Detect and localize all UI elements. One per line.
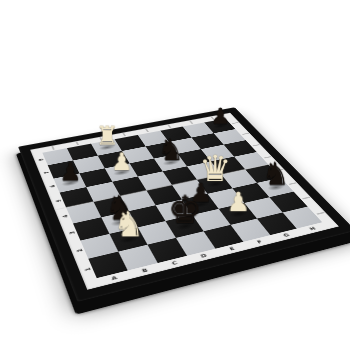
product-photo-chess-set: ABCDEFGH12345678 ♜♟♟♟♞♛♞♟♞♞♚♟ bbox=[0, 0, 350, 350]
black-knight-e6[interactable]: ♞ bbox=[157, 132, 183, 166]
chess-board: ABCDEFGH12345678 ♜♟♟♟♞♛♞♟♞♞♚♟ bbox=[18, 107, 350, 302]
black-knight-h3[interactable]: ♞ bbox=[261, 155, 289, 191]
scene: ABCDEFGH12345678 ♜♟♟♟♞♛♞♟♞♞♚♟ bbox=[0, 0, 350, 350]
white-pawn-f2[interactable]: ♟ bbox=[226, 187, 250, 218]
white-pawn-c6[interactable]: ♟ bbox=[110, 148, 132, 176]
black-king-d2[interactable]: ♚ bbox=[167, 188, 201, 232]
white-rook-c8[interactable]: ♜ bbox=[95, 121, 118, 151]
black-pawn-h8[interactable]: ♟ bbox=[210, 103, 230, 128]
white-knight-b2[interactable]: ♞ bbox=[113, 204, 144, 244]
